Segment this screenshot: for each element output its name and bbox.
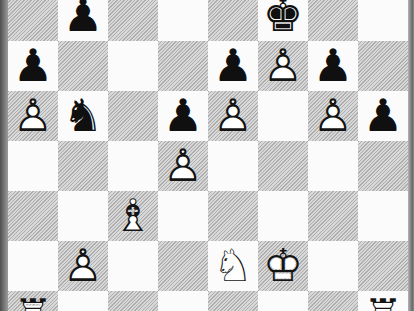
square-b1[interactable]: [58, 291, 108, 311]
black-pawn-b7: ♟: [58, 0, 108, 41]
white-pawn-fill: ♟: [308, 91, 358, 141]
square-c2[interactable]: [108, 241, 158, 291]
white-pawn-fill: ♟: [58, 241, 108, 291]
square-b5[interactable]: ♞: [58, 91, 108, 141]
square-d7[interactable]: [158, 0, 208, 41]
white-rook-a1: ♖: [8, 291, 58, 311]
white-rook-fill: ♜: [8, 291, 58, 311]
square-g1[interactable]: [308, 291, 358, 311]
square-f6[interactable]: ♟♙: [258, 41, 308, 91]
square-h4[interactable]: [358, 141, 408, 191]
square-d5[interactable]: ♟: [158, 91, 208, 141]
white-pawn-f6: ♙: [258, 41, 308, 91]
square-c6[interactable]: [108, 41, 158, 91]
square-e4[interactable]: [208, 141, 258, 191]
black-pawn-g6: ♟: [308, 41, 358, 91]
square-d3[interactable]: [158, 191, 208, 241]
square-h5[interactable]: ♟: [358, 91, 408, 141]
black-knight-b5: ♞: [58, 91, 108, 141]
white-pawn-a5: ♙: [8, 91, 58, 141]
white-pawn-b2: ♙: [58, 241, 108, 291]
square-a2[interactable]: [8, 241, 58, 291]
square-g4[interactable]: [308, 141, 358, 191]
white-rook-h1: ♖: [358, 291, 408, 311]
square-a4[interactable]: [8, 141, 58, 191]
square-c1[interactable]: [108, 291, 158, 311]
square-e2[interactable]: ♞♘: [208, 241, 258, 291]
white-king-fill: ♚: [258, 241, 308, 291]
board-frame-right-edge: [408, 0, 414, 311]
square-e7[interactable]: [208, 0, 258, 41]
white-pawn-fill: ♟: [8, 91, 58, 141]
square-f3[interactable]: [258, 191, 308, 241]
square-f5[interactable]: [258, 91, 308, 141]
square-a1[interactable]: ♜♖: [8, 291, 58, 311]
square-b4[interactable]: [58, 141, 108, 191]
square-c3[interactable]: ♝♗: [108, 191, 158, 241]
square-h1[interactable]: ♜♖: [358, 291, 408, 311]
square-d1[interactable]: [158, 291, 208, 311]
square-d4[interactable]: ♟♙: [158, 141, 208, 191]
white-king-f2: ♔: [258, 241, 308, 291]
white-rook-fill: ♜: [358, 291, 408, 311]
square-g2[interactable]: [308, 241, 358, 291]
white-knight-e2: ♘: [208, 241, 258, 291]
square-b3[interactable]: [58, 191, 108, 241]
square-c7[interactable]: [108, 0, 158, 41]
black-pawn-e6: ♟: [208, 41, 258, 91]
square-h7[interactable]: [358, 0, 408, 41]
square-c5[interactable]: [108, 91, 158, 141]
square-g5[interactable]: ♟♙: [308, 91, 358, 141]
white-pawn-e5: ♙: [208, 91, 258, 141]
square-d2[interactable]: [158, 241, 208, 291]
white-bishop-fill: ♝: [108, 191, 158, 241]
square-a3[interactable]: [8, 191, 58, 241]
square-h6[interactable]: [358, 41, 408, 91]
square-c4[interactable]: [108, 141, 158, 191]
square-b2[interactable]: ♟♙: [58, 241, 108, 291]
white-pawn-fill: ♟: [208, 91, 258, 141]
square-a5[interactable]: ♟♙: [8, 91, 58, 141]
square-f7[interactable]: ♚: [258, 0, 308, 41]
chess-board: ♟♚♟♟♟♙♟♟♙♞♟♟♙♟♙♟♟♙♝♗♟♙♞♘♚♔♜♖♜♖: [8, 0, 408, 311]
square-b6[interactable]: [58, 41, 108, 91]
square-e1[interactable]: [208, 291, 258, 311]
black-pawn-h5: ♟: [358, 91, 408, 141]
white-pawn-d4: ♙: [158, 141, 208, 191]
square-f1[interactable]: [258, 291, 308, 311]
square-g7[interactable]: [308, 0, 358, 41]
square-e5[interactable]: ♟♙: [208, 91, 258, 141]
square-h2[interactable]: [358, 241, 408, 291]
white-knight-fill: ♞: [208, 241, 258, 291]
black-pawn-a6: ♟: [8, 41, 58, 91]
square-a6[interactable]: ♟: [8, 41, 58, 91]
square-g6[interactable]: ♟: [308, 41, 358, 91]
square-a7[interactable]: [8, 0, 58, 41]
square-f2[interactable]: ♚♔: [258, 241, 308, 291]
white-pawn-g5: ♙: [308, 91, 358, 141]
black-king-f7: ♚: [258, 0, 308, 41]
square-f4[interactable]: [258, 141, 308, 191]
chess-diagram: ♟♚♟♟♟♙♟♟♙♞♟♟♙♟♙♟♟♙♝♗♟♙♞♘♚♔♜♖♜♖: [0, 0, 414, 311]
board-frame-left-edge: [0, 0, 8, 311]
square-d6[interactable]: [158, 41, 208, 91]
square-e3[interactable]: [208, 191, 258, 241]
white-pawn-fill: ♟: [258, 41, 308, 91]
white-bishop-c3: ♗: [108, 191, 158, 241]
square-h3[interactable]: [358, 191, 408, 241]
black-pawn-d5: ♟: [158, 91, 208, 141]
white-pawn-fill: ♟: [158, 141, 208, 191]
square-e6[interactable]: ♟: [208, 41, 258, 91]
square-g3[interactable]: [308, 191, 358, 241]
square-b7[interactable]: ♟: [58, 0, 108, 41]
